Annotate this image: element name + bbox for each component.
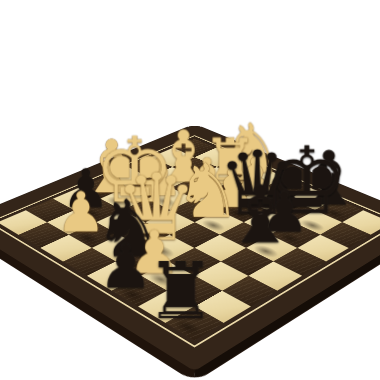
board-inlay-line: ♞♝♜♟♟♚♝♟♟♛♟♟♞♝♝♚♟♛♟♞♟♟♜ (0, 135, 380, 347)
chess-set-photo: ♞♝♜♟♟♚♝♟♟♛♟♟♞♝♝♚♟♛♟♞♟♟♜ (0, 0, 380, 380)
square-a1: ♜ (166, 307, 224, 341)
black-bishop: ♝ (282, 141, 375, 216)
scene: ♞♝♜♟♟♚♝♟♟♛♟♟♞♝♝♚♟♛♟♞♟♟♜ (0, 0, 380, 380)
playing-field: ♞♝♜♟♟♚♝♟♟♛♟♟♞♝♝♚♟♛♟♞♟♟♜ (0, 139, 380, 341)
chess-board-frame: ♞♝♜♟♟♚♝♟♟♛♟♟♞♝♝♚♟♛♟♞♟♟♜ (0, 124, 380, 380)
